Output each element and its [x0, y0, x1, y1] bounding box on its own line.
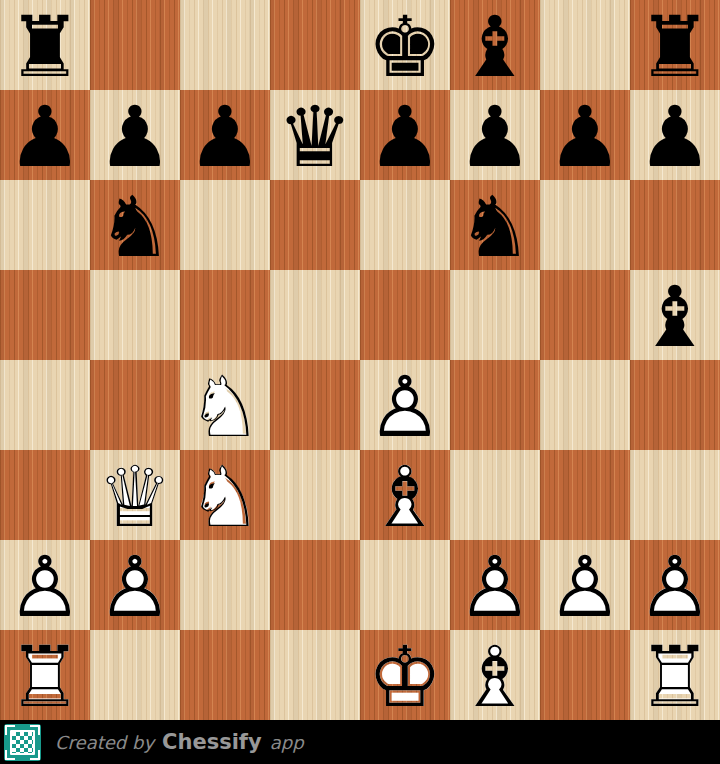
square-b3[interactable]: ♛♕ [90, 450, 180, 540]
square-b5[interactable] [90, 270, 180, 360]
square-a7[interactable]: ♟ [0, 90, 90, 180]
piece-black-pawn[interactable]: ♟ [0, 90, 90, 180]
piece-white-bishop[interactable]: ♝♗ [360, 450, 450, 540]
piece-black-rook[interactable]: ♜ [630, 0, 720, 90]
square-g2[interactable]: ♟♙ [540, 540, 630, 630]
square-c3[interactable]: ♞♘ [180, 450, 270, 540]
square-g4[interactable] [540, 360, 630, 450]
square-e8[interactable]: ♚ [360, 0, 450, 90]
square-g1[interactable] [540, 630, 630, 720]
square-a6[interactable] [0, 180, 90, 270]
app-word-label: app [270, 732, 304, 753]
square-d2[interactable] [270, 540, 360, 630]
piece-black-pawn[interactable]: ♟ [540, 90, 630, 180]
square-a2[interactable]: ♟♙ [0, 540, 90, 630]
square-g3[interactable] [540, 450, 630, 540]
square-h4[interactable] [630, 360, 720, 450]
piece-white-pawn[interactable]: ♟♙ [540, 540, 630, 630]
square-e5[interactable] [360, 270, 450, 360]
piece-white-queen[interactable]: ♛♕ [90, 450, 180, 540]
square-h2[interactable]: ♟♙ [630, 540, 720, 630]
piece-black-bishop[interactable]: ♝ [450, 0, 540, 90]
square-d8[interactable] [270, 0, 360, 90]
square-h8[interactable]: ♜ [630, 0, 720, 90]
piece-black-bishop[interactable]: ♝ [630, 270, 720, 360]
square-b1[interactable] [90, 630, 180, 720]
square-f5[interactable] [450, 270, 540, 360]
square-e6[interactable] [360, 180, 450, 270]
square-c2[interactable] [180, 540, 270, 630]
square-b8[interactable] [90, 0, 180, 90]
square-a1[interactable]: ♜♖ [0, 630, 90, 720]
square-e1[interactable]: ♚♔ [360, 630, 450, 720]
square-e4[interactable]: ♟♙ [360, 360, 450, 450]
square-g5[interactable] [540, 270, 630, 360]
piece-black-pawn[interactable]: ♟ [180, 90, 270, 180]
piece-white-pawn[interactable]: ♟♙ [630, 540, 720, 630]
square-e7[interactable]: ♟ [360, 90, 450, 180]
square-e2[interactable] [360, 540, 450, 630]
piece-white-rook[interactable]: ♜♖ [630, 630, 720, 720]
piece-white-rook[interactable]: ♜♖ [0, 630, 90, 720]
piece-black-queen[interactable]: ♛ [270, 90, 360, 180]
chessify-app-icon [4, 724, 41, 761]
square-g6[interactable] [540, 180, 630, 270]
square-e3[interactable]: ♝♗ [360, 450, 450, 540]
piece-black-knight[interactable]: ♞ [90, 180, 180, 270]
piece-black-rook[interactable]: ♜ [0, 0, 90, 90]
square-a3[interactable] [0, 450, 90, 540]
square-d1[interactable] [270, 630, 360, 720]
square-b6[interactable]: ♞ [90, 180, 180, 270]
piece-white-pawn[interactable]: ♟♙ [360, 360, 450, 450]
square-h7[interactable]: ♟ [630, 90, 720, 180]
square-f3[interactable] [450, 450, 540, 540]
square-a5[interactable] [0, 270, 90, 360]
square-c1[interactable] [180, 630, 270, 720]
chessify-diagram: ♜♚♝♜♟♟♟♛♟♟♟♟♞♞♝♞♘♟♙♛♕♞♘♝♗♟♙♟♙♟♙♟♙♟♙♜♖♚♔♝… [0, 0, 720, 764]
square-d4[interactable] [270, 360, 360, 450]
square-a8[interactable]: ♜ [0, 0, 90, 90]
footer-credit-bar: Created byChessifyapp [0, 720, 720, 764]
chess-board: ♜♚♝♜♟♟♟♛♟♟♟♟♞♞♝♞♘♟♙♛♕♞♘♝♗♟♙♟♙♟♙♟♙♟♙♜♖♚♔♝… [0, 0, 720, 720]
square-d5[interactable] [270, 270, 360, 360]
piece-black-pawn[interactable]: ♟ [630, 90, 720, 180]
piece-black-pawn[interactable]: ♟ [360, 90, 450, 180]
square-f4[interactable] [450, 360, 540, 450]
square-h6[interactable] [630, 180, 720, 270]
square-h3[interactable] [630, 450, 720, 540]
square-c5[interactable] [180, 270, 270, 360]
square-f6[interactable]: ♞ [450, 180, 540, 270]
square-f8[interactable]: ♝ [450, 0, 540, 90]
square-c6[interactable] [180, 180, 270, 270]
piece-white-pawn[interactable]: ♟♙ [90, 540, 180, 630]
brand-label: Chessify [162, 730, 262, 754]
square-d6[interactable] [270, 180, 360, 270]
piece-black-pawn[interactable]: ♟ [90, 90, 180, 180]
square-c7[interactable]: ♟ [180, 90, 270, 180]
square-c4[interactable]: ♞♘ [180, 360, 270, 450]
square-f7[interactable]: ♟ [450, 90, 540, 180]
piece-white-pawn[interactable]: ♟♙ [0, 540, 90, 630]
square-g7[interactable]: ♟ [540, 90, 630, 180]
checkerboard-icon [10, 730, 35, 755]
square-h1[interactable]: ♜♖ [630, 630, 720, 720]
piece-white-knight[interactable]: ♞♘ [180, 450, 270, 540]
created-by-label: Created by [55, 732, 154, 753]
square-h5[interactable]: ♝ [630, 270, 720, 360]
piece-black-king[interactable]: ♚ [360, 0, 450, 90]
piece-white-pawn[interactable]: ♟♙ [450, 540, 540, 630]
piece-white-king[interactable]: ♚♔ [360, 630, 450, 720]
square-f2[interactable]: ♟♙ [450, 540, 540, 630]
square-b4[interactable] [90, 360, 180, 450]
piece-white-knight[interactable]: ♞♘ [180, 360, 270, 450]
piece-black-pawn[interactable]: ♟ [450, 90, 540, 180]
square-d3[interactable] [270, 450, 360, 540]
square-a4[interactable] [0, 360, 90, 450]
square-d7[interactable]: ♛ [270, 90, 360, 180]
piece-black-knight[interactable]: ♞ [450, 180, 540, 270]
square-b2[interactable]: ♟♙ [90, 540, 180, 630]
credit-text: Created byChessifyapp [55, 730, 304, 754]
square-b7[interactable]: ♟ [90, 90, 180, 180]
square-g8[interactable] [540, 0, 630, 90]
square-f1[interactable]: ♝♗ [450, 630, 540, 720]
square-c8[interactable] [180, 0, 270, 90]
piece-white-bishop[interactable]: ♝♗ [450, 630, 540, 720]
